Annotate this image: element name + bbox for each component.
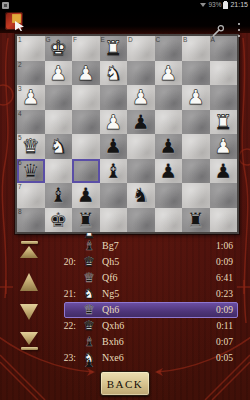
next-move-button[interactable]	[20, 304, 38, 320]
square-g8[interactable]: ♚	[45, 208, 73, 233]
rank-label-1: 1	[18, 36, 22, 43]
move-time: 0:09	[216, 254, 233, 270]
clock-time: 21:15	[230, 0, 248, 10]
previous-move-button[interactable]	[20, 273, 38, 291]
settings-wrench-icon[interactable]	[211, 24, 225, 38]
black-rook-b8[interactable]: ♜	[182, 208, 210, 233]
first-move-bar	[21, 241, 38, 244]
black-pawn-c6[interactable]: ♟	[155, 159, 183, 184]
move-time: 1:06	[216, 238, 233, 254]
square-b7[interactable]	[182, 183, 210, 208]
battery-icon	[223, 2, 228, 9]
white-pawn-c2[interactable]: ♟	[155, 61, 183, 86]
square-d6[interactable]	[127, 159, 155, 184]
last-move-button[interactable]	[20, 332, 38, 350]
square-b5[interactable]	[182, 134, 210, 159]
action-bar	[0, 10, 250, 33]
white-rook-a4[interactable]: ♜	[210, 110, 238, 135]
last-move-triangle-icon	[20, 332, 38, 345]
move-san: Bg7	[102, 238, 119, 254]
white-pawn-d3[interactable]: ♟	[127, 85, 155, 110]
black-rook-f8[interactable]: ♜	[72, 208, 100, 233]
square-e2[interactable]: ♞	[100, 61, 128, 86]
move-san: Qf6	[102, 270, 118, 286]
black-pawn-f7[interactable]: ♟	[72, 183, 100, 208]
first-move-triangle-icon	[20, 246, 38, 258]
square-g7[interactable]: ♝	[45, 183, 73, 208]
black-pawn-e5[interactable]: ♟	[100, 134, 128, 159]
battery-percent: 93%	[208, 0, 221, 10]
white-queen-h5[interactable]: ♛	[17, 134, 45, 159]
square-h1[interactable]: 1	[17, 36, 45, 61]
black-bishop-g7[interactable]: ♝	[45, 183, 73, 208]
black-pawn-d4[interactable]: ♟	[127, 110, 155, 135]
rank-label-7: 7	[18, 183, 22, 190]
move-row-Nxe6[interactable]: 23:♞Nxe60:05	[14, 350, 238, 366]
move-row-Qh6[interactable]: ♛Qh60:09	[14, 302, 238, 318]
square-f3[interactable]	[72, 85, 100, 110]
square-g6[interactable]	[45, 159, 73, 184]
partial-black-pawn-icon: ♟	[80, 357, 98, 367]
square-a3[interactable]	[210, 85, 238, 110]
last-move-bar	[21, 347, 38, 350]
square-b8[interactable]: ♜	[182, 208, 210, 233]
move-san: Qh5	[102, 254, 119, 270]
move-san: Ng5	[102, 286, 119, 302]
move-time: 0:05	[216, 350, 233, 366]
file-label-f: F	[73, 36, 77, 43]
square-c7[interactable]	[155, 183, 183, 208]
square-a1[interactable]: A	[210, 36, 238, 61]
square-a4[interactable]: ♜	[210, 110, 238, 135]
white-pawn-f2[interactable]: ♟	[72, 61, 100, 86]
white-pawn-h3[interactable]: ♟	[17, 85, 45, 110]
square-a8[interactable]	[210, 208, 238, 233]
move-number: 23:	[14, 350, 76, 366]
move-san: Nxe6	[102, 350, 124, 366]
square-g1[interactable]: G♚	[45, 36, 73, 61]
black-queen-icon: ♛	[80, 270, 98, 286]
black-bishop-e6[interactable]: ♝	[100, 159, 128, 184]
square-b4[interactable]	[182, 110, 210, 135]
square-e5[interactable]: ♟	[100, 134, 128, 159]
black-bishop-icon: ♝	[80, 238, 98, 254]
square-g4[interactable]	[45, 110, 73, 135]
square-a2[interactable]	[210, 61, 238, 86]
square-c8[interactable]	[155, 208, 183, 233]
black-pawn-c5[interactable]: ♟	[155, 134, 183, 159]
square-h7[interactable]: 7	[17, 183, 45, 208]
square-f6[interactable]	[72, 159, 100, 184]
move-list: ♜♝Bg71:0620:♛Qh50:09♛Qf66:4121:♞Ng50:23♛…	[14, 233, 238, 367]
move-san: Qh6	[102, 302, 119, 318]
black-king-g8[interactable]: ♚	[45, 208, 73, 233]
rank-label-4: 4	[18, 110, 22, 117]
square-c2[interactable]: ♟	[155, 61, 183, 86]
square-e6[interactable]: ♝	[100, 159, 128, 184]
move-san: Qxh6	[102, 318, 124, 334]
app-screen: 93% 21:15	[0, 0, 250, 400]
move-time: 0:07	[216, 334, 233, 350]
screenshot-notification-icon	[2, 2, 9, 9]
square-e7[interactable]	[100, 183, 128, 208]
square-g2[interactable]: ♟	[45, 61, 73, 86]
square-d3[interactable]: ♟	[127, 85, 155, 110]
file-label-c: C	[156, 36, 161, 43]
previous-move-triangle-icon	[20, 273, 38, 291]
square-e8[interactable]	[100, 208, 128, 233]
rank-label-2: 2	[18, 61, 22, 68]
move-row-Qh5[interactable]: 20:♛Qh50:09	[14, 254, 238, 270]
app-logo-gold-square	[12, 14, 21, 23]
white-rook-e1[interactable]: ♜	[100, 36, 128, 61]
move-row-Bg7[interactable]: ♝Bg71:06	[14, 238, 238, 254]
white-knight-g5[interactable]: ♞	[45, 134, 73, 159]
white-queen-icon: ♛	[80, 254, 98, 270]
square-c3[interactable]	[155, 85, 183, 110]
square-f8[interactable]: ♜	[72, 208, 100, 233]
square-e3[interactable]	[100, 85, 128, 110]
square-c1[interactable]: C	[155, 36, 183, 61]
square-b2[interactable]	[182, 61, 210, 86]
square-f2[interactable]: ♟	[72, 61, 100, 86]
white-pawn-a5[interactable]: ♟	[210, 134, 238, 159]
black-queen-icon: ♛	[80, 302, 98, 318]
overflow-menu-icon[interactable]	[238, 23, 241, 37]
square-a7[interactable]	[210, 183, 238, 208]
move-time: 0:23	[216, 286, 233, 302]
move-row-Qxh6[interactable]: 22:♛Qxh60:11	[14, 318, 238, 334]
app-logo-icon	[5, 12, 23, 30]
square-h4[interactable]: 4	[17, 110, 45, 135]
next-move-triangle-icon	[20, 304, 38, 320]
square-b1[interactable]: B	[182, 36, 210, 61]
move-time: 0:09	[216, 302, 233, 318]
square-f5[interactable]	[72, 134, 100, 159]
file-label-b: B	[183, 36, 187, 43]
move-time: 0:11	[216, 318, 233, 334]
white-knight-icon: ♞	[80, 286, 98, 302]
white-pawn-e4[interactable]: ♟	[100, 110, 128, 135]
square-f1[interactable]: F	[72, 36, 100, 61]
move-san: Bxh6	[102, 334, 124, 350]
black-queen-h6[interactable]: ♛	[17, 159, 45, 184]
white-queen-icon: ♛	[80, 318, 98, 334]
first-move-button[interactable]	[20, 241, 38, 258]
rank-label-8: 8	[18, 208, 22, 215]
square-h5[interactable]: 5♛	[17, 134, 45, 159]
white-pawn-g2[interactable]: ♟	[45, 61, 73, 86]
square-h2[interactable]: 2	[17, 61, 45, 86]
square-d8[interactable]	[127, 208, 155, 233]
square-g5[interactable]: ♞	[45, 134, 73, 159]
move-row-Ng5[interactable]: 21:♞Ng50:23	[14, 286, 238, 302]
square-a5[interactable]: ♟	[210, 134, 238, 159]
chess-board: 1G♚FE♜DCBA2♟♟♞♟3♟♟♟4♟♟♜5♛♞♟♟♟6♛♝♟♟7♝♟♞8♚…	[15, 34, 239, 234]
white-king-g1[interactable]: ♚	[45, 36, 73, 61]
move-row-Qf6[interactable]: ♛Qf66:41	[14, 270, 238, 286]
square-h8[interactable]: 8	[17, 208, 45, 233]
square-d1[interactable]: D	[127, 36, 155, 61]
move-row-Bxh6[interactable]: ♝Bxh60:07	[14, 334, 238, 350]
back-button[interactable]: BACK	[100, 371, 150, 396]
square-g3[interactable]	[45, 85, 73, 110]
square-b3[interactable]: ♟	[182, 85, 210, 110]
square-f7[interactable]: ♟	[72, 183, 100, 208]
square-c5[interactable]: ♟	[155, 134, 183, 159]
signal-icon	[200, 3, 206, 7]
square-h3[interactable]: 3♟	[17, 85, 45, 110]
square-c4[interactable]	[155, 110, 183, 135]
square-b6[interactable]	[182, 159, 210, 184]
square-f4[interactable]	[72, 110, 100, 135]
square-d5[interactable]	[127, 134, 155, 159]
square-e4[interactable]: ♟	[100, 110, 128, 135]
square-h6[interactable]: 6♛	[17, 159, 45, 184]
square-a6[interactable]: ♟	[210, 159, 238, 184]
black-bishop-icon: ♝	[80, 334, 98, 350]
move-time: 6:41	[216, 270, 233, 286]
square-d7[interactable]: ♞	[127, 183, 155, 208]
square-d4[interactable]: ♟	[127, 110, 155, 135]
square-e1[interactable]: E♜	[100, 36, 128, 61]
back-button-label: BACK	[107, 378, 144, 390]
status-bar: 93% 21:15	[0, 0, 250, 10]
black-knight-d7[interactable]: ♞	[127, 183, 155, 208]
white-pawn-b3[interactable]: ♟	[182, 85, 210, 110]
square-c6[interactable]: ♟	[155, 159, 183, 184]
square-d2[interactable]	[127, 61, 155, 86]
black-pawn-a6[interactable]: ♟	[210, 159, 238, 184]
white-knight-e2[interactable]: ♞	[100, 61, 128, 86]
file-label-d: D	[128, 36, 133, 43]
